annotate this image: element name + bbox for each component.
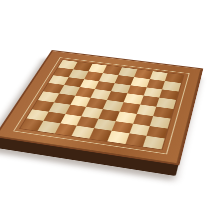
board-square	[54, 123, 76, 136]
board-square	[136, 104, 156, 116]
board-square	[72, 126, 94, 139]
board-square	[43, 111, 65, 123]
board-square	[107, 131, 129, 144]
chessboard-photo	[21, 14, 193, 186]
board-square	[123, 93, 143, 104]
board-square	[49, 102, 70, 113]
board-square	[65, 104, 86, 116]
board-square	[129, 123, 150, 136]
board-square	[133, 114, 154, 126]
board-square	[107, 91, 127, 102]
board-square	[125, 133, 147, 146]
board-square	[147, 126, 168, 139]
page-background	[0, 0, 215, 215]
board-square	[103, 100, 123, 111]
board-square	[60, 114, 82, 126]
board-square	[143, 136, 165, 149]
board-square	[153, 107, 173, 119]
board-square	[77, 116, 99, 128]
board-square	[20, 119, 43, 131]
board-square	[150, 116, 170, 128]
playing-field	[20, 60, 183, 149]
board-square	[94, 118, 116, 130]
board-square	[70, 96, 91, 107]
chessboard-3d	[0, 50, 203, 166]
board-square	[116, 111, 137, 123]
board-square	[32, 100, 54, 111]
board-square	[26, 109, 48, 121]
board-square	[140, 96, 160, 107]
board-square	[120, 102, 140, 113]
board-square	[82, 107, 103, 119]
board-square	[111, 121, 132, 134]
board-square	[89, 128, 111, 141]
board-square	[157, 98, 177, 109]
board-square	[37, 121, 60, 134]
board-square	[99, 109, 120, 121]
